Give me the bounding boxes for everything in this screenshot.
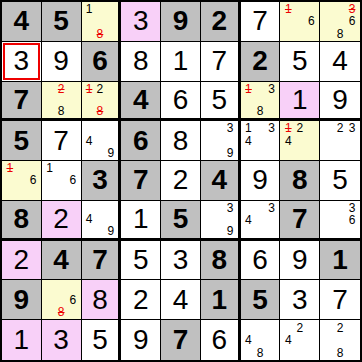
cell-r8c6[interactable]: 1 [201,280,241,320]
pencil-marks: 24 [280,320,319,360]
cell-r3c9[interactable]: 9 [320,82,360,122]
mark-8-eliminated: 8 [94,105,105,117]
mark-2: 2 [94,83,105,95]
pencil-marks: 49 [82,201,119,238]
pencil-marks: 16 [42,161,81,200]
mark-1-eliminated: 1 [282,3,294,15]
cell-r2c6[interactable]: 7 [201,42,241,82]
mark-8-eliminated: 8 [55,306,67,318]
cell-r5c1[interactable]: 16 [2,161,42,201]
pencil-marks: 368 [320,2,360,41]
cell-r9c6[interactable]: 6 [201,320,241,360]
cell-r9c5[interactable]: 7 [161,320,201,360]
cell-r7c9[interactable]: 1 [320,241,360,281]
mark-8: 8 [254,105,266,117]
mark-1-eliminated: 1 [243,83,255,95]
mark-8-eliminated: 8 [94,28,105,40]
pencil-marks: 23 [320,121,360,160]
cell-r7c4[interactable]: 5 [121,241,161,281]
cell-r4c5[interactable]: 8 [161,121,201,161]
cell-r4c4[interactable]: 6 [121,121,161,161]
cell-r1c9[interactable]: 368 [320,2,360,42]
cell-r5c5[interactable]: 2 [161,161,201,201]
mark-2-eliminated: 2 [55,83,67,95]
mark-6: 6 [346,15,358,27]
mark-3: 3 [225,202,236,214]
mark-3: 3 [266,202,278,214]
cell-r9c4[interactable]: 9 [121,320,161,360]
pencil-marks: 18 [82,2,119,41]
mark-8: 8 [334,346,346,359]
cell-r7c5[interactable]: 3 [161,241,201,281]
cell-r4c2[interactable]: 7 [42,121,82,161]
mark-9: 9 [105,225,116,237]
cell-r7c1[interactable]: 2 [2,241,42,281]
mark-4: 4 [84,213,95,225]
cell-r4c6[interactable]: 39 [201,121,241,161]
mark-6: 6 [67,174,79,186]
mark-2: 2 [294,122,306,134]
cell-r4c3[interactable]: 49 [82,121,122,161]
mark-9: 9 [225,225,236,237]
cell-r6c5[interactable]: 5 [161,201,201,241]
cell-r2c3[interactable]: 6 [82,42,122,82]
mark-8: 8 [254,346,266,359]
pencil-marks: 16 [280,2,319,41]
cell-r7c7[interactable]: 6 [241,241,281,281]
cell-r9c8[interactable]: 24 [280,320,320,360]
cell-r3c1[interactable]: 7 [2,82,42,122]
mark-1-eliminated: 1 [84,83,95,95]
pencil-marks: 49 [82,121,119,160]
mark-4: 4 [282,334,294,347]
mark-3: 3 [266,83,278,95]
cell-r5c3[interactable]: 3 [82,161,122,201]
cell-r5c4[interactable]: 7 [121,161,161,201]
cell-r4c1[interactable]: 5 [2,121,42,161]
cell-r6c6[interactable]: 39 [201,201,241,241]
cell-r1c5[interactable]: 9 [161,2,201,42]
mark-9: 9 [105,147,116,159]
cell-r4c7[interactable]: 134 [241,121,281,161]
mark-3: 3 [266,122,278,134]
cell-r4c9[interactable]: 23 [320,121,360,161]
cell-r7c6[interactable]: 8 [201,241,241,281]
mark-1: 1 [243,122,255,134]
cell-r5c9[interactable]: 5 [320,161,360,201]
mark-1-eliminated: 1 [282,122,294,134]
pencil-marks: 68 [42,280,81,319]
cell-r2c4[interactable]: 8 [121,42,161,82]
pencil-marks: 36 [320,201,360,238]
cell-r3c8[interactable]: 1 [280,82,320,122]
cell-r2c1[interactable]: 3 [2,42,42,82]
cell-r5c6[interactable]: 4 [201,161,241,201]
cell-r3c3[interactable]: 128 [82,82,122,122]
cell-r1c3[interactable]: 18 [82,2,122,42]
mark-4: 4 [282,135,294,147]
cell-r7c2[interactable]: 4 [42,241,82,281]
pencil-marks: 138 [241,82,280,119]
cell-r8c3[interactable]: 8 [82,280,122,320]
mark-6: 6 [306,15,318,27]
cell-r2c8[interactable]: 5 [280,42,320,82]
cell-r7c3[interactable]: 7 [82,241,122,281]
cell-r6c2[interactable]: 2 [42,201,82,241]
cell-r6c8[interactable]: 7 [280,201,320,241]
cell-r1c7[interactable]: 7 [241,2,281,42]
cell-r6c3[interactable]: 49 [82,201,122,241]
mark-3: 3 [346,122,358,134]
mark-6: 6 [67,294,79,306]
pencil-marks: 34 [241,201,280,238]
cell-r3c7[interactable]: 138 [241,82,281,122]
cell-r1c2[interactable]: 5 [42,2,82,42]
cell-r3c2[interactable]: 28 [42,82,82,122]
pencil-marks: 128 [82,82,119,119]
pencil-marks: 48 [241,320,280,360]
pencil-marks: 39 [201,201,238,238]
mark-2: 2 [334,321,346,334]
cell-r2c7[interactable]: 2 [241,42,281,82]
mark-1: 1 [44,162,56,174]
cell-r9c2[interactable]: 3 [42,320,82,360]
cell-r5c7[interactable]: 9 [241,161,281,201]
cell-r2c2[interactable]: 9 [42,42,82,82]
cell-r3c5[interactable]: 6 [161,82,201,122]
mark-8: 8 [55,105,67,117]
mark-3: 3 [225,122,236,134]
pencil-marks: 134 [241,121,280,160]
cell-r5c8[interactable]: 8 [280,161,320,201]
cell-r1c4[interactable]: 3 [121,2,161,42]
cell-r6c1[interactable]: 8 [2,201,42,241]
cell-r8c5[interactable]: 4 [161,280,201,320]
cell-r6c9[interactable]: 36 [320,201,360,241]
mark-4: 4 [84,135,95,147]
cell-r8c4[interactable]: 2 [121,280,161,320]
mark-2: 2 [334,122,346,134]
cell-r4c8[interactable]: 124 [280,121,320,161]
cell-r2c9[interactable]: 4 [320,42,360,82]
cell-r2c5[interactable]: 1 [161,42,201,82]
sudoku-board: 4518392716368396817254728128465138195749… [0,0,362,362]
cell-r9c9[interactable]: 28 [320,320,360,360]
cell-r8c7[interactable]: 5 [241,280,281,320]
cell-r1c6[interactable]: 2 [201,2,241,42]
mark-2: 2 [294,321,306,334]
cell-r8c1[interactable]: 9 [2,280,42,320]
mark-4: 4 [243,135,255,147]
mark-6: 6 [27,174,39,186]
mark-1: 1 [84,3,95,15]
cell-r6c7[interactable]: 34 [241,201,281,241]
pencil-marks: 28 [42,82,81,119]
mark-8: 8 [334,28,346,40]
cell-r8c2[interactable]: 68 [42,280,82,320]
cell-r9c3[interactable]: 5 [82,320,122,360]
pencil-marks: 124 [280,121,319,160]
cell-r3c6[interactable]: 5 [201,82,241,122]
pencil-marks: 28 [320,320,360,360]
mark-6: 6 [346,214,358,226]
mark-4: 4 [243,214,255,226]
mark-9: 9 [225,147,236,159]
mark-1-eliminated: 1 [4,162,16,174]
cell-r9c1[interactable]: 1 [2,320,42,360]
cell-r8c9[interactable]: 7 [320,280,360,320]
cell-r1c1[interactable]: 4 [2,2,42,42]
cell-r8c8[interactable]: 3 [280,280,320,320]
cell-r3c4[interactable]: 4 [121,82,161,122]
cell-r9c7[interactable]: 48 [241,320,281,360]
cell-r1c8[interactable]: 16 [280,2,320,42]
cell-r6c4[interactable]: 1 [121,201,161,241]
pencil-marks: 16 [2,161,41,200]
pencil-marks: 39 [201,121,238,160]
cell-r5c2[interactable]: 16 [42,161,82,201]
mark-4: 4 [243,334,255,347]
cell-r7c8[interactable]: 9 [280,241,320,281]
